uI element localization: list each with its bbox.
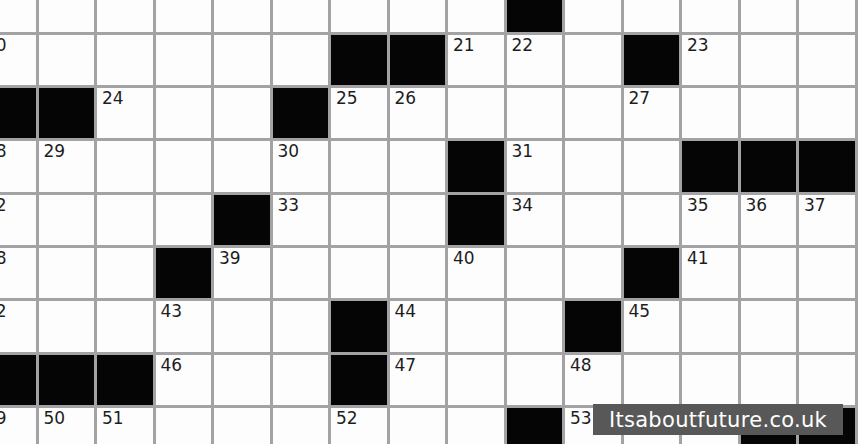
clue-number-53: 53 (570, 409, 592, 429)
cell-r5c2[interactable] (97, 248, 156, 301)
cell-r3c2[interactable] (97, 141, 156, 194)
cell-r8c0[interactable]: 49 (0, 408, 39, 444)
cell-r6c0[interactable]: 42 (0, 301, 39, 354)
cell-r7c5[interactable] (273, 355, 332, 408)
watermark: Itsaboutfuture.co.uk (593, 404, 843, 435)
cell-r6c3[interactable]: 43 (156, 301, 215, 354)
cell-r7c1 (39, 355, 98, 408)
cell-r1c1[interactable] (39, 35, 98, 88)
cell-r1c7 (390, 35, 449, 88)
cell-r2c9[interactable] (507, 88, 566, 141)
cell-r4c11[interactable] (624, 195, 683, 248)
clue-number-34: 34 (512, 196, 534, 216)
cell-r5c3 (156, 248, 215, 301)
clue-number-28: 28 (0, 142, 7, 162)
cell-r1c10[interactable] (565, 35, 624, 88)
cell-r5c11 (624, 248, 683, 301)
cell-r2c11[interactable]: 27 (624, 88, 683, 141)
clue-number-29: 29 (44, 142, 66, 162)
cell-r3c8 (448, 141, 507, 194)
cell-r7c14[interactable] (799, 355, 858, 408)
cell-r6c1[interactable] (39, 301, 98, 354)
clue-number-38: 38 (0, 249, 7, 269)
cell-r8c7[interactable] (390, 408, 449, 444)
clue-number-40: 40 (453, 249, 475, 269)
cell-r6c5[interactable] (273, 301, 332, 354)
cell-r5c10[interactable] (565, 248, 624, 301)
cell-r4c8 (448, 195, 507, 248)
cell-r4c0[interactable]: 32 (0, 195, 39, 248)
cell-r1c0[interactable]: 20 (0, 35, 39, 88)
cell-r5c13[interactable] (741, 248, 800, 301)
cell-r8c5[interactable] (273, 408, 332, 444)
cell-r2c13[interactable] (741, 88, 800, 141)
cell-r7c7[interactable]: 47 (390, 355, 449, 408)
cell-r0c8[interactable] (448, 0, 507, 35)
cell-r4c6[interactable] (331, 195, 390, 248)
cell-r5c6[interactable] (331, 248, 390, 301)
cell-r8c8[interactable] (448, 408, 507, 444)
cell-r1c6 (331, 35, 390, 88)
clue-number-49: 49 (0, 409, 7, 429)
cell-r2c2[interactable]: 24 (97, 88, 156, 141)
clue-number-23: 23 (687, 36, 709, 56)
clue-number-21: 21 (453, 36, 475, 56)
clue-number-26: 26 (395, 89, 417, 109)
cell-r4c12[interactable]: 35 (682, 195, 741, 248)
cell-r2c5 (273, 88, 332, 141)
cell-r5c4[interactable]: 39 (214, 248, 273, 301)
cell-r4c14[interactable]: 37 (799, 195, 858, 248)
cell-r7c13[interactable] (741, 355, 800, 408)
cell-r3c12 (682, 141, 741, 194)
cell-r3c5[interactable]: 30 (273, 141, 332, 194)
crossword-board: 2021222324252627282930313233343536373839… (0, 0, 858, 444)
cell-r3c7[interactable] (390, 141, 449, 194)
cell-r6c12[interactable] (682, 301, 741, 354)
cell-r3c11[interactable] (624, 141, 683, 194)
cell-r6c2[interactable] (97, 301, 156, 354)
cell-r5c0[interactable]: 38 (0, 248, 39, 301)
cell-r8c3[interactable] (156, 408, 215, 444)
clue-number-44: 44 (395, 302, 417, 322)
cell-r7c3[interactable]: 46 (156, 355, 215, 408)
cell-r3c1[interactable]: 29 (39, 141, 98, 194)
cell-r4c13[interactable]: 36 (741, 195, 800, 248)
clue-number-39: 39 (219, 249, 241, 269)
cell-r2c14[interactable] (799, 88, 858, 141)
clue-number-43: 43 (161, 302, 183, 322)
cell-r4c9[interactable]: 34 (507, 195, 566, 248)
cell-r3c4[interactable] (214, 141, 273, 194)
clue-number-47: 47 (395, 356, 417, 376)
cell-r2c10[interactable] (565, 88, 624, 141)
clue-number-46: 46 (161, 356, 183, 376)
cell-r7c11[interactable] (624, 355, 683, 408)
cell-r5c1[interactable] (39, 248, 98, 301)
cell-r2c6[interactable]: 25 (331, 88, 390, 141)
clue-number-25: 25 (336, 89, 358, 109)
clue-number-42: 42 (0, 302, 7, 322)
cell-r0c13[interactable] (741, 0, 800, 35)
cell-r0c6[interactable] (331, 0, 390, 35)
cell-r2c1 (39, 88, 98, 141)
cell-r1c13[interactable] (741, 35, 800, 88)
cell-r7c12[interactable] (682, 355, 741, 408)
cell-r6c9[interactable] (507, 301, 566, 354)
cell-r3c14 (799, 141, 858, 194)
cell-r6c8[interactable] (448, 301, 507, 354)
cell-r8c4[interactable] (214, 408, 273, 444)
cell-r0c14[interactable] (799, 0, 858, 35)
cell-r5c14[interactable] (799, 248, 858, 301)
cell-r8c6[interactable]: 52 (331, 408, 390, 444)
cell-r7c6 (331, 355, 390, 408)
cell-r3c0[interactable]: 28 (0, 141, 39, 194)
cell-r4c5[interactable]: 33 (273, 195, 332, 248)
clue-number-24: 24 (102, 89, 124, 109)
cell-r6c10 (565, 301, 624, 354)
cell-r3c3[interactable] (156, 141, 215, 194)
cell-r5c12[interactable]: 41 (682, 248, 741, 301)
clue-number-20: 20 (0, 36, 7, 56)
cell-r1c3[interactable] (156, 35, 215, 88)
cell-r5c9[interactable] (507, 248, 566, 301)
cell-r1c11 (624, 35, 683, 88)
cell-r5c8[interactable]: 40 (448, 248, 507, 301)
cell-r0c3[interactable] (156, 0, 215, 35)
cell-r7c0 (0, 355, 39, 408)
cell-r1c14[interactable] (799, 35, 858, 88)
cell-r6c4[interactable] (214, 301, 273, 354)
cell-r2c7[interactable]: 26 (390, 88, 449, 141)
cell-r6c13[interactable] (741, 301, 800, 354)
cell-r7c8[interactable] (448, 355, 507, 408)
cell-r6c7[interactable]: 44 (390, 301, 449, 354)
cell-r0c4[interactable] (214, 0, 273, 35)
cell-r0c11[interactable] (624, 0, 683, 35)
clue-number-27: 27 (629, 89, 651, 109)
cell-r7c2 (97, 355, 156, 408)
cell-r3c6[interactable] (331, 141, 390, 194)
clue-number-32: 32 (0, 196, 7, 216)
cell-r0c2[interactable] (97, 0, 156, 35)
cell-r7c9[interactable] (507, 355, 566, 408)
watermark-text: Itsaboutfuture.co.uk (609, 408, 827, 432)
cell-r0c5[interactable] (273, 0, 332, 35)
cell-r3c9[interactable]: 31 (507, 141, 566, 194)
cell-r8c2[interactable]: 51 (97, 408, 156, 444)
cell-r6c11[interactable]: 45 (624, 301, 683, 354)
clue-number-45: 45 (629, 302, 651, 322)
cell-r3c13 (741, 141, 800, 194)
cell-r4c10[interactable] (565, 195, 624, 248)
clue-number-31: 31 (512, 142, 534, 162)
cell-r8c1[interactable]: 50 (39, 408, 98, 444)
cell-r1c5[interactable] (273, 35, 332, 88)
clue-number-22: 22 (512, 36, 534, 56)
cell-r8c9 (507, 408, 566, 444)
cell-r4c7[interactable] (390, 195, 449, 248)
cell-r0c7[interactable] (390, 0, 449, 35)
cell-r0c12[interactable] (682, 0, 741, 35)
cell-r4c2[interactable] (97, 195, 156, 248)
cell-r1c2[interactable] (97, 35, 156, 88)
clue-number-41: 41 (687, 249, 709, 269)
clue-number-51: 51 (102, 409, 124, 429)
cell-r1c9[interactable]: 22 (507, 35, 566, 88)
clue-number-50: 50 (44, 409, 66, 429)
cell-r5c7[interactable] (390, 248, 449, 301)
clue-number-37: 37 (804, 196, 826, 216)
cell-r4c1[interactable] (39, 195, 98, 248)
clue-number-48: 48 (570, 356, 592, 376)
cell-r1c4[interactable] (214, 35, 273, 88)
cell-r1c12[interactable]: 23 (682, 35, 741, 88)
cell-r0c1[interactable] (39, 0, 98, 35)
cell-r1c8[interactable]: 21 (448, 35, 507, 88)
cell-r0c9 (507, 0, 566, 35)
cell-r0c10[interactable] (565, 0, 624, 35)
cell-r4c3[interactable] (156, 195, 215, 248)
cell-r5c5[interactable] (273, 248, 332, 301)
clue-number-36: 36 (746, 196, 768, 216)
clue-number-35: 35 (687, 196, 709, 216)
cell-r2c8[interactable] (448, 88, 507, 141)
cell-r4c4 (214, 195, 273, 248)
cell-r3c10[interactable] (565, 141, 624, 194)
cell-r2c4[interactable] (214, 88, 273, 141)
cell-r6c6 (331, 301, 390, 354)
cell-r7c10[interactable]: 48 (565, 355, 624, 408)
clue-number-30: 30 (278, 142, 300, 162)
cell-r0c0[interactable] (0, 0, 39, 35)
cell-r6c14[interactable] (799, 301, 858, 354)
cell-r2c0 (0, 88, 39, 141)
cell-r2c12[interactable] (682, 88, 741, 141)
cell-r2c3[interactable] (156, 88, 215, 141)
clue-number-52: 52 (336, 409, 358, 429)
cell-r7c4[interactable] (214, 355, 273, 408)
clue-number-33: 33 (278, 196, 300, 216)
